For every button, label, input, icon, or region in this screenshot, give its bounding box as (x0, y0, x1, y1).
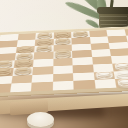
board-grid: ⛂⛂⛂⛂⛂⛂⛂⛂⛃⛂⛂⛂⛂⛂⛂⛂⛂ (0, 29, 128, 94)
square-r7c1[interactable] (10, 83, 32, 92)
square-r7c3[interactable] (52, 81, 73, 90)
square-r7c6[interactable]: ⛂ (115, 78, 128, 87)
square-r7c2[interactable] (31, 82, 53, 91)
captured-ivory-piece[interactable] (27, 112, 54, 127)
photo-scene: ⛂⛂⛂⛂⛂⛂⛂⛂⛃⛂⛂⛂⛂⛂⛂⛂⛂ (0, 0, 128, 128)
square-r7c5[interactable] (94, 79, 116, 88)
square-r7c4[interactable] (73, 80, 95, 89)
square-r1c7[interactable] (126, 35, 128, 42)
ivory-man-r7c6[interactable]: ⛂ (114, 75, 128, 87)
checkers-board[interactable]: ⛂⛂⛂⛂⛂⛂⛂⛂⛃⛂⛂⛂⛂⛂⛂⛂⛂ (0, 26, 128, 98)
